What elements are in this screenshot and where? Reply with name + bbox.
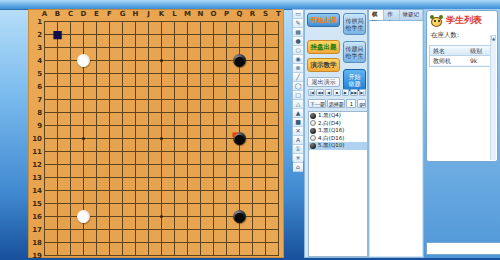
- row-label-19: 19: [29, 252, 42, 260]
- assign-problems-button[interactable]: 挂盘出题: [307, 40, 340, 54]
- star-point-K4: [160, 59, 163, 62]
- white-move-icon: [310, 135, 316, 141]
- col-label-S: S: [259, 10, 272, 18]
- board-grid[interactable]: ●●●●●■◤: [44, 21, 279, 256]
- move-label: 2.白(D4): [318, 120, 341, 128]
- vcr-button-7[interactable]: ▶|: [359, 89, 366, 96]
- filled-square-tool-icon[interactable]: ■: [293, 118, 303, 127]
- tab-做题记录[interactable]: 做题记录: [400, 10, 424, 20]
- student-panel: 学生列表 在座人数: 姓名 级别 教师机9k ▲ 发送: [424, 9, 500, 258]
- star-point-D10: [82, 137, 85, 140]
- student-list-card: 学生列表 在座人数: 姓名 级别 教师机9k ▲: [426, 10, 498, 162]
- records-tabbar: 棋谱作业做题记录: [369, 10, 423, 21]
- move-list-item[interactable]: 1.黑(Q4): [309, 112, 367, 120]
- mascot-icon: [430, 15, 443, 27]
- white-stone-D4[interactable]: ●: [77, 54, 90, 67]
- col-label-L: L: [168, 10, 181, 18]
- row-label-1: 1: [29, 18, 42, 26]
- records-panel: 棋谱作业做题记录: [368, 9, 424, 258]
- number-mark-tool-icon[interactable]: ①: [293, 145, 303, 154]
- send-button-2[interactable]: 传题目 给学生: [343, 41, 366, 63]
- black-stone-Q4[interactable]: ●: [233, 54, 246, 67]
- col-label-H: H: [129, 10, 142, 18]
- row-label-7: 7: [29, 96, 42, 104]
- board-tool-icon[interactable]: ▦: [293, 28, 303, 37]
- letter-mark-tool-icon[interactable]: A: [293, 136, 303, 145]
- col-label-N: N: [194, 10, 207, 18]
- move-list-item[interactable]: 3.黑(Q16): [309, 127, 367, 135]
- star-point-K16: [160, 215, 163, 218]
- tab-棋谱[interactable]: 棋谱: [369, 10, 384, 20]
- vcr-button-5[interactable]: ▶: [342, 89, 349, 96]
- row-label-9: 9: [29, 122, 42, 130]
- col-label-C: C: [64, 10, 77, 18]
- name-column-header[interactable]: 姓名: [430, 46, 467, 55]
- black-move-icon: [310, 143, 316, 149]
- cross-mark-tool-icon[interactable]: ✕: [293, 127, 303, 136]
- black-stone-Q16[interactable]: ●: [233, 210, 246, 223]
- demo-teaching-button[interactable]: 演示教学: [307, 58, 340, 72]
- problem-number-input[interactable]: [346, 99, 356, 108]
- col-label-F: F: [103, 10, 116, 18]
- move-navigation-row: |◀◀◀◀■▶▶▶▶|: [308, 89, 366, 96]
- row-label-4: 4: [29, 57, 42, 65]
- triangle-mark-tool-icon[interactable]: △: [293, 100, 303, 109]
- col-label-B: B: [51, 10, 64, 18]
- vcr-button-4[interactable]: ■: [333, 89, 340, 96]
- row-label-2: 2: [29, 31, 42, 39]
- col-label-Q: Q: [233, 10, 246, 18]
- student-list-header: 学生列表: [427, 11, 497, 28]
- col-label-E: E: [90, 10, 103, 18]
- vcr-button-1[interactable]: |◀: [308, 89, 315, 96]
- white-stone-tool-icon[interactable]: ○: [293, 46, 303, 55]
- student-name: 教师机: [430, 56, 467, 65]
- lesson-control-panel: 开始上课 挂盘出题 演示教学 退出演示 传棋局 给学生传题目 给学生开始 做题 …: [304, 9, 368, 258]
- row-label-16: 16: [29, 213, 42, 221]
- move-list-item[interactable]: 4.白(D16): [309, 135, 367, 143]
- move-label: 1.黑(Q4): [318, 112, 341, 120]
- vcr-button-2[interactable]: ◀◀: [316, 89, 323, 96]
- row-label-11: 11: [29, 148, 42, 156]
- row-label-8: 8: [29, 109, 42, 117]
- alternate-move-tool-icon[interactable]: ◉: [293, 55, 303, 64]
- student-table-header: 姓名 级别: [430, 46, 494, 56]
- student-list-title: 学生列表: [446, 14, 482, 27]
- scroll-up-icon[interactable]: ▲: [491, 35, 496, 40]
- square-mark-tool-icon[interactable]: □: [293, 91, 303, 100]
- vcr-button-6[interactable]: ▶▶: [350, 89, 357, 96]
- student-rows: 教师机9k: [430, 56, 494, 66]
- col-label-P: P: [220, 10, 233, 18]
- chat-row: 发送: [426, 242, 498, 255]
- line-tool-icon[interactable]: ╱: [293, 73, 303, 82]
- go-board-panel: ABCDEFGHJKLMNOPQRST 12345678910111213141…: [28, 9, 284, 258]
- chat-input[interactable]: [426, 242, 500, 255]
- vcr-button-3[interactable]: ◀: [325, 89, 332, 96]
- send-button-3[interactable]: 开始 做题: [343, 69, 366, 91]
- app-window: ABCDEFGHJKLMNOPQRST 12345678910111213141…: [0, 0, 500, 260]
- seated-count-label: 在座人数:: [427, 28, 497, 43]
- student-row[interactable]: 教师机9k: [430, 56, 494, 66]
- pen-tool-icon[interactable]: ✎: [293, 19, 303, 28]
- row-label-10: 10: [29, 135, 42, 143]
- drawing-toolbar: ▭✎▦●○◉⊗╱◯□△▲■✕A①✳⌂: [292, 9, 304, 161]
- row-label-3: 3: [29, 44, 42, 52]
- go-button[interactable]: go: [357, 99, 366, 108]
- col-label-O: O: [207, 10, 220, 18]
- col-label-R: R: [246, 10, 259, 18]
- row-label-14: 14: [29, 187, 42, 195]
- next-problem-button[interactable]: 下一题(N): [308, 99, 326, 108]
- exit-demo-button[interactable]: 退出演示: [307, 77, 340, 87]
- send-buttons-column: 传棋局 给学生传题目 给学生开始 做题: [343, 13, 367, 91]
- col-label-G: G: [116, 10, 129, 18]
- problem-navigation-row: 下一题(N) 选择题号 go: [308, 99, 366, 108]
- row-label-17: 17: [29, 226, 42, 234]
- remove-stone-tool-icon[interactable]: ⊗: [293, 64, 303, 73]
- row-label-5: 5: [29, 70, 42, 78]
- col-label-J: J: [142, 10, 155, 18]
- last-move-marker-Q10: ◤: [233, 132, 238, 139]
- row-label-13: 13: [29, 174, 42, 182]
- student-table: 姓名 级别 教师机9k: [429, 45, 495, 67]
- row-label-18: 18: [29, 239, 42, 247]
- star-mark-tool-icon[interactable]: ✳: [293, 154, 303, 163]
- black-move-icon: [310, 113, 316, 119]
- filled-triangle-tool-icon[interactable]: ▲: [293, 109, 303, 118]
- row-label-12: 12: [29, 161, 42, 169]
- home-tool-icon[interactable]: ⌂: [293, 163, 303, 172]
- black-stone-tool-icon[interactable]: ●: [293, 37, 303, 46]
- move-label: 4.白(D16): [318, 135, 344, 143]
- row-label-6: 6: [29, 83, 42, 91]
- move-list-item[interactable]: 5.黑(Q10): [309, 142, 367, 150]
- send-button-1[interactable]: 传棋局 给学生: [343, 13, 366, 35]
- move-label: 3.黑(Q16): [318, 127, 344, 135]
- student-table-scrollbar[interactable]: ▲: [490, 35, 496, 160]
- col-label-M: M: [181, 10, 194, 18]
- circle-mark-tool-icon[interactable]: ◯: [293, 82, 303, 91]
- records-list[interactable]: [370, 21, 422, 256]
- col-label-K: K: [155, 10, 168, 18]
- main-buttons-column: 开始上课 挂盘出题 演示教学 退出演示: [307, 13, 341, 87]
- select-problem-dropdown[interactable]: 选择题号: [327, 99, 346, 108]
- move-label: 5.黑(Q10): [318, 142, 344, 150]
- white-stone-D16[interactable]: ●: [77, 210, 90, 223]
- black-move-icon: [310, 128, 316, 134]
- move-list: 1.黑(Q4)2.白(D4)3.黑(Q16)4.白(D16)5.黑(Q10): [308, 111, 368, 257]
- move-list-item[interactable]: 2.白(D4): [309, 120, 367, 128]
- square-marker-B2: ■: [52, 29, 63, 40]
- white-move-icon: [310, 120, 316, 126]
- star-point-K10: [160, 137, 163, 140]
- tab-作业[interactable]: 作业: [384, 10, 399, 20]
- col-label-D: D: [77, 10, 90, 18]
- pointer-tool-icon[interactable]: ▭: [293, 10, 303, 19]
- start-class-button[interactable]: 开始上课: [307, 13, 340, 27]
- row-label-15: 15: [29, 200, 42, 208]
- col-label-T: T: [272, 10, 285, 18]
